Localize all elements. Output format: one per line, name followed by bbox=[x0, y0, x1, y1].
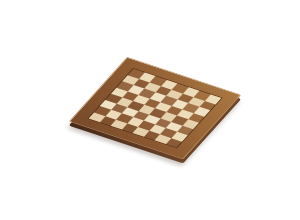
product-photo bbox=[0, 0, 300, 220]
chess-board bbox=[69, 57, 241, 159]
